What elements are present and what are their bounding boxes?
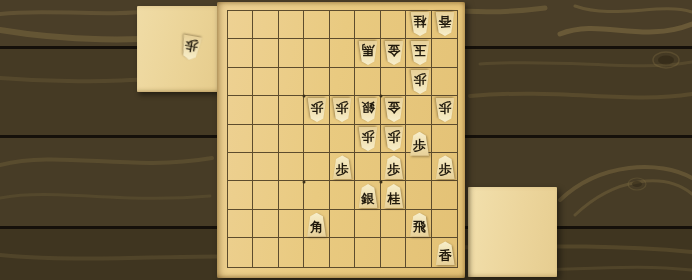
piece-kanji: 歩 [387,163,400,176]
shogi-piece-1i[interactable]: 香 [435,241,456,265]
gote-piece-stand: 歩 [137,6,228,92]
table-background: 歩 桂香馬金玉歩歩歩銀金歩歩歩歩歩歩歩銀桂角飛香 [0,0,692,280]
piece-kanji: 金 [387,44,400,57]
piece-face: 桂 [383,184,404,208]
piece-face: 金 [383,98,404,122]
shogi-piece-5f[interactable]: 歩 [332,155,353,179]
shogi-piece-3b[interactable]: 金 [383,41,404,65]
shogi-piece-4g[interactable]: 銀 [358,184,379,208]
shogi-piece-1a[interactable]: 香 [435,12,456,36]
piece-kanji: 歩 [439,163,452,176]
shogi-piece-3f[interactable]: 歩 [383,155,404,179]
piece-face: 歩 [435,155,456,179]
piece-face: 歩 [358,127,379,151]
piece-face: 歩 [383,127,404,151]
piece-face: 桂 [409,12,430,36]
shogi-piece-6d[interactable]: 歩 [306,98,327,122]
shogi-piece-4b[interactable]: 馬 [358,41,379,65]
shogi-board: 桂香馬金玉歩歩歩銀金歩歩歩歩歩歩歩銀桂角飛香 [217,2,465,278]
piece-kanji: 桂 [413,16,426,29]
piece-face: 銀 [358,184,379,208]
piece-face: 歩 [383,155,404,179]
piece-face: 歩 [179,34,204,61]
piece-face: 角 [306,213,327,237]
piece-face: 歩 [332,98,353,122]
shogi-piece-4e[interactable]: 歩 [358,127,379,151]
shogi-piece-2c[interactable]: 歩 [409,70,430,94]
shogi-piece-2b[interactable]: 玉 [409,41,430,65]
piece-face: 銀 [358,98,379,122]
piece-kanji: 銀 [362,102,375,115]
piece-kanji: 飛 [413,220,426,233]
shogi-piece-3g[interactable]: 桂 [383,184,404,208]
shogi-piece-5d[interactable]: 歩 [332,98,353,122]
piece-kanji: 馬 [362,44,375,57]
piece-kanji: 香 [439,16,452,29]
shogi-piece-3e[interactable]: 歩 [383,127,404,151]
piece-kanji: 桂 [387,192,400,205]
piece-face: 香 [435,241,456,265]
piece-kanji: 歩 [310,102,323,115]
piece-face: 歩 [409,132,430,156]
piece-face: 歩 [409,70,430,94]
shogi-piece-2h[interactable]: 飛 [409,213,430,237]
piece-kanji: 歩 [336,102,349,115]
shogi-piece-1d[interactable]: 歩 [435,98,456,122]
piece-kanji: 歩 [439,102,452,115]
piece-kanji: 歩 [413,139,426,152]
piece-face: 歩 [332,155,353,179]
piece-kanji: 歩 [362,130,375,143]
sente-piece-stand [468,187,557,277]
piece-face: 歩 [306,98,327,122]
pieces-layer: 桂香馬金玉歩歩歩銀金歩歩歩歩歩歩歩銀桂角飛香 [227,10,459,268]
shogi-piece-2a[interactable]: 桂 [409,12,430,36]
piece-face: 金 [383,41,404,65]
shogi-piece-3d[interactable]: 金 [383,98,404,122]
piece-face: 玉 [409,41,430,65]
piece-face: 飛 [409,213,430,237]
piece-kanji: 角 [310,220,323,233]
piece-kanji: 歩 [336,163,349,176]
piece-face: 香 [435,12,456,36]
piece-kanji: 歩 [413,73,426,86]
piece-kanji: 玉 [413,44,426,57]
shogi-piece-6h[interactable]: 角 [306,213,327,237]
piece-kanji: 歩 [387,130,400,143]
piece-face: 歩 [435,98,456,122]
shogi-piece-4d[interactable]: 銀 [358,98,379,122]
piece-kanji: 銀 [362,192,375,205]
piece-kanji: 香 [439,249,452,262]
piece-face: 馬 [358,41,379,65]
shogi-piece-2e[interactable]: 歩 [409,132,430,156]
shogi-piece-in-hand[interactable]: 歩 [179,34,204,61]
piece-kanji: 金 [387,102,400,115]
shogi-piece-1f[interactable]: 歩 [435,155,456,179]
piece-kanji: 歩 [184,39,199,54]
